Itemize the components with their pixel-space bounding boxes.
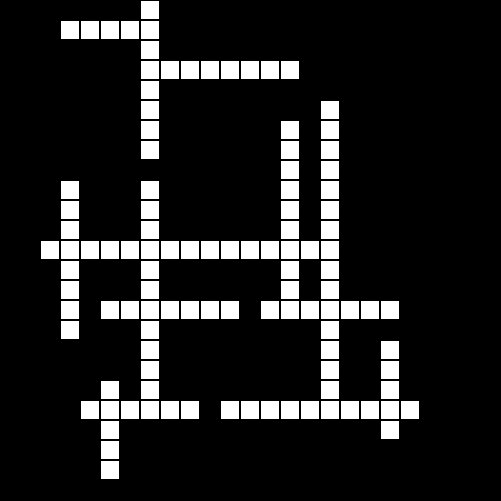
black-cell (140, 420, 160, 440)
black-cell (440, 140, 460, 160)
black-cell (480, 0, 500, 20)
black-cell (340, 20, 360, 40)
black-cell (80, 280, 100, 300)
black-cell (60, 360, 80, 380)
white-cell[interactable] (80, 20, 100, 40)
black-cell (360, 280, 380, 300)
black-cell (400, 360, 420, 380)
white-cell[interactable] (80, 240, 100, 260)
white-cell[interactable] (140, 200, 160, 220)
black-cell (120, 80, 140, 100)
white-cell[interactable] (280, 60, 300, 80)
black-cell (120, 260, 140, 280)
black-cell (20, 200, 40, 220)
black-cell (0, 40, 20, 60)
black-cell (40, 400, 60, 420)
black-cell (440, 20, 460, 40)
white-cell[interactable] (60, 200, 80, 220)
black-cell (260, 440, 280, 460)
black-cell (220, 460, 240, 480)
white-cell[interactable] (380, 380, 400, 400)
black-cell (240, 120, 260, 140)
black-cell (320, 80, 340, 100)
black-cell (240, 300, 260, 320)
black-cell (460, 360, 480, 380)
black-cell (460, 60, 480, 80)
black-cell (480, 280, 500, 300)
white-cell[interactable] (100, 20, 120, 40)
white-cell[interactable] (120, 240, 140, 260)
black-cell (220, 40, 240, 60)
black-cell (360, 80, 380, 100)
black-cell (480, 340, 500, 360)
black-cell (440, 40, 460, 60)
white-cell[interactable] (320, 120, 340, 140)
black-cell (20, 280, 40, 300)
black-cell (480, 240, 500, 260)
white-cell[interactable] (280, 400, 300, 420)
black-cell (60, 60, 80, 80)
white-cell[interactable] (300, 300, 320, 320)
black-cell (480, 320, 500, 340)
black-cell (180, 360, 200, 380)
black-cell (420, 440, 440, 460)
black-cell (260, 380, 280, 400)
black-cell (0, 80, 20, 100)
black-cell (260, 320, 280, 340)
white-cell[interactable] (40, 240, 60, 260)
black-cell (220, 380, 240, 400)
white-cell[interactable] (280, 300, 300, 320)
white-cell[interactable] (400, 400, 420, 420)
black-cell (200, 320, 220, 340)
white-cell[interactable] (320, 100, 340, 120)
black-cell (380, 200, 400, 220)
white-cell[interactable] (140, 340, 160, 360)
black-cell (400, 340, 420, 360)
black-cell (100, 320, 120, 340)
black-cell (0, 60, 20, 80)
black-cell (20, 260, 40, 280)
black-cell (380, 220, 400, 240)
white-cell[interactable] (120, 20, 140, 40)
white-cell[interactable] (280, 200, 300, 220)
white-cell[interactable] (180, 240, 200, 260)
white-cell[interactable] (140, 40, 160, 60)
white-cell[interactable] (120, 300, 140, 320)
black-cell (60, 120, 80, 140)
black-cell (460, 20, 480, 40)
white-cell[interactable] (140, 380, 160, 400)
white-cell[interactable] (320, 300, 340, 320)
black-cell (20, 480, 40, 500)
white-cell[interactable] (220, 400, 240, 420)
black-cell (440, 120, 460, 140)
white-cell[interactable] (100, 460, 120, 480)
black-cell (80, 0, 100, 20)
white-cell[interactable] (100, 400, 120, 420)
white-cell[interactable] (60, 300, 80, 320)
black-cell (400, 440, 420, 460)
black-cell (300, 420, 320, 440)
white-cell[interactable] (140, 220, 160, 240)
black-cell (0, 360, 20, 380)
black-cell (40, 0, 60, 20)
black-cell (260, 480, 280, 500)
white-cell[interactable] (220, 60, 240, 80)
black-cell (80, 120, 100, 140)
black-cell (360, 320, 380, 340)
black-cell (480, 120, 500, 140)
black-cell (0, 480, 20, 500)
black-cell (320, 420, 340, 440)
black-cell (200, 220, 220, 240)
black-cell (300, 0, 320, 20)
white-cell[interactable] (280, 260, 300, 280)
black-cell (440, 400, 460, 420)
black-cell (100, 160, 120, 180)
black-cell (260, 280, 280, 300)
black-cell (300, 440, 320, 460)
white-cell[interactable] (340, 300, 360, 320)
black-cell (40, 140, 60, 160)
white-cell[interactable] (200, 60, 220, 80)
white-cell[interactable] (60, 280, 80, 300)
black-cell (280, 40, 300, 60)
black-cell (400, 300, 420, 320)
black-cell (280, 420, 300, 440)
black-cell (360, 140, 380, 160)
black-cell (380, 240, 400, 260)
white-cell[interactable] (280, 280, 300, 300)
white-cell[interactable] (60, 240, 80, 260)
black-cell (440, 160, 460, 180)
black-cell (380, 320, 400, 340)
white-cell[interactable] (320, 240, 340, 260)
black-cell (100, 100, 120, 120)
black-cell (280, 100, 300, 120)
white-cell[interactable] (100, 300, 120, 320)
black-cell (200, 400, 220, 420)
white-cell[interactable] (320, 220, 340, 240)
black-cell (160, 260, 180, 280)
white-cell[interactable] (280, 240, 300, 260)
white-cell[interactable] (280, 220, 300, 240)
white-cell[interactable] (360, 300, 380, 320)
black-cell (460, 480, 480, 500)
white-cell[interactable] (320, 400, 340, 420)
black-cell (160, 380, 180, 400)
black-cell (340, 220, 360, 240)
black-cell (260, 200, 280, 220)
black-cell (400, 100, 420, 120)
white-cell[interactable] (180, 400, 200, 420)
black-cell (240, 380, 260, 400)
white-cell[interactable] (140, 280, 160, 300)
black-cell (360, 200, 380, 220)
black-cell (220, 260, 240, 280)
white-cell[interactable] (160, 240, 180, 260)
black-cell (440, 200, 460, 220)
black-cell (380, 20, 400, 40)
white-cell[interactable] (160, 400, 180, 420)
black-cell (460, 80, 480, 100)
white-cell[interactable] (140, 400, 160, 420)
white-cell[interactable] (380, 340, 400, 360)
black-cell (400, 80, 420, 100)
black-cell (240, 140, 260, 160)
black-cell (160, 220, 180, 240)
black-cell (260, 460, 280, 480)
white-cell[interactable] (300, 240, 320, 260)
white-cell[interactable] (160, 300, 180, 320)
black-cell (440, 320, 460, 340)
white-cell[interactable] (280, 160, 300, 180)
black-cell (200, 340, 220, 360)
black-cell (420, 160, 440, 180)
black-cell (0, 100, 20, 120)
white-cell[interactable] (140, 140, 160, 160)
black-cell (280, 440, 300, 460)
black-cell (180, 40, 200, 60)
black-cell (180, 260, 200, 280)
white-cell[interactable] (100, 440, 120, 460)
white-cell[interactable] (60, 220, 80, 240)
black-cell (360, 420, 380, 440)
white-cell[interactable] (80, 400, 100, 420)
white-cell[interactable] (140, 180, 160, 200)
black-cell (280, 380, 300, 400)
black-cell (80, 300, 100, 320)
white-cell[interactable] (380, 360, 400, 380)
black-cell (0, 240, 20, 260)
white-cell[interactable] (140, 240, 160, 260)
black-cell (20, 420, 40, 440)
black-cell (360, 20, 380, 40)
black-cell (460, 380, 480, 400)
black-cell (60, 160, 80, 180)
black-cell (200, 200, 220, 220)
black-cell (400, 140, 420, 160)
black-cell (300, 460, 320, 480)
white-cell[interactable] (140, 300, 160, 320)
black-cell (260, 360, 280, 380)
white-cell[interactable] (320, 200, 340, 220)
black-cell (0, 180, 20, 200)
black-cell (240, 360, 260, 380)
black-cell (340, 360, 360, 380)
black-cell (240, 460, 260, 480)
white-cell[interactable] (320, 320, 340, 340)
black-cell (140, 480, 160, 500)
white-cell[interactable] (140, 260, 160, 280)
white-cell[interactable] (380, 420, 400, 440)
white-cell[interactable] (100, 240, 120, 260)
black-cell (400, 260, 420, 280)
white-cell[interactable] (140, 120, 160, 140)
white-cell[interactable] (320, 280, 340, 300)
black-cell (80, 380, 100, 400)
white-cell[interactable] (240, 60, 260, 80)
black-cell (340, 340, 360, 360)
black-cell (40, 480, 60, 500)
black-cell (380, 280, 400, 300)
black-cell (280, 320, 300, 340)
white-cell[interactable] (140, 320, 160, 340)
black-cell (180, 0, 200, 20)
white-cell[interactable] (140, 60, 160, 80)
black-cell (420, 0, 440, 20)
black-cell (0, 280, 20, 300)
black-cell (380, 40, 400, 60)
white-cell[interactable] (320, 340, 340, 360)
black-cell (0, 120, 20, 140)
black-cell (120, 340, 140, 360)
white-cell[interactable] (240, 240, 260, 260)
white-cell[interactable] (140, 20, 160, 40)
black-cell (60, 140, 80, 160)
white-cell[interactable] (160, 60, 180, 80)
white-cell[interactable] (320, 160, 340, 180)
white-cell[interactable] (60, 320, 80, 340)
black-cell (40, 380, 60, 400)
black-cell (480, 380, 500, 400)
black-cell (200, 460, 220, 480)
black-cell (160, 480, 180, 500)
white-cell[interactable] (340, 400, 360, 420)
black-cell (120, 100, 140, 120)
white-cell[interactable] (140, 80, 160, 100)
white-cell[interactable] (200, 240, 220, 260)
white-cell[interactable] (380, 300, 400, 320)
black-cell (460, 180, 480, 200)
white-cell[interactable] (360, 400, 380, 420)
black-cell (160, 40, 180, 60)
black-cell (300, 220, 320, 240)
black-cell (400, 380, 420, 400)
black-cell (100, 200, 120, 220)
black-cell (440, 180, 460, 200)
white-cell[interactable] (380, 400, 400, 420)
black-cell (360, 260, 380, 280)
black-cell (40, 180, 60, 200)
black-cell (300, 340, 320, 360)
black-cell (240, 200, 260, 220)
white-cell[interactable] (300, 400, 320, 420)
white-cell[interactable] (280, 180, 300, 200)
black-cell (180, 160, 200, 180)
white-cell[interactable] (180, 60, 200, 80)
black-cell (60, 480, 80, 500)
white-cell[interactable] (240, 400, 260, 420)
white-cell[interactable] (320, 260, 340, 280)
black-cell (320, 440, 340, 460)
white-cell[interactable] (220, 300, 240, 320)
black-cell (240, 20, 260, 40)
black-cell (120, 140, 140, 160)
white-cell[interactable] (120, 400, 140, 420)
black-cell (420, 320, 440, 340)
black-cell (120, 120, 140, 140)
black-cell (420, 60, 440, 80)
black-cell (420, 100, 440, 120)
black-cell (420, 280, 440, 300)
white-cell[interactable] (180, 300, 200, 320)
black-cell (420, 200, 440, 220)
black-cell (160, 100, 180, 120)
white-cell[interactable] (140, 100, 160, 120)
black-cell (80, 100, 100, 120)
black-cell (180, 320, 200, 340)
black-cell (0, 220, 20, 240)
white-cell[interactable] (140, 360, 160, 380)
white-cell[interactable] (140, 0, 160, 20)
black-cell (0, 460, 20, 480)
black-cell (120, 480, 140, 500)
black-cell (360, 380, 380, 400)
black-cell (300, 40, 320, 60)
black-cell (480, 180, 500, 200)
black-cell (380, 60, 400, 80)
black-cell (440, 240, 460, 260)
black-cell (160, 160, 180, 180)
white-cell[interactable] (200, 300, 220, 320)
black-cell (440, 100, 460, 120)
white-cell[interactable] (60, 260, 80, 280)
white-cell[interactable] (320, 380, 340, 400)
black-cell (60, 460, 80, 480)
black-cell (260, 120, 280, 140)
black-cell (20, 40, 40, 60)
white-cell[interactable] (260, 400, 280, 420)
white-cell[interactable] (100, 380, 120, 400)
black-cell (240, 440, 260, 460)
white-cell[interactable] (260, 60, 280, 80)
black-cell (440, 60, 460, 80)
white-cell[interactable] (100, 420, 120, 440)
black-cell (360, 160, 380, 180)
black-cell (300, 280, 320, 300)
black-cell (200, 0, 220, 20)
black-cell (160, 340, 180, 360)
black-cell (160, 320, 180, 340)
black-cell (280, 80, 300, 100)
black-cell (120, 60, 140, 80)
black-cell (40, 20, 60, 40)
white-cell[interactable] (280, 140, 300, 160)
black-cell (0, 380, 20, 400)
black-cell (360, 40, 380, 60)
white-cell[interactable] (320, 140, 340, 160)
black-cell (200, 260, 220, 280)
black-cell (200, 480, 220, 500)
white-cell[interactable] (260, 240, 280, 260)
white-cell[interactable] (60, 20, 80, 40)
black-cell (80, 180, 100, 200)
white-cell[interactable] (220, 240, 240, 260)
black-cell (180, 440, 200, 460)
white-cell[interactable] (60, 180, 80, 200)
white-cell[interactable] (320, 180, 340, 200)
black-cell (260, 220, 280, 240)
white-cell[interactable] (280, 120, 300, 140)
black-cell (260, 420, 280, 440)
white-cell[interactable] (320, 360, 340, 380)
black-cell (40, 60, 60, 80)
black-cell (240, 340, 260, 360)
black-cell (80, 340, 100, 360)
white-cell[interactable] (260, 300, 280, 320)
